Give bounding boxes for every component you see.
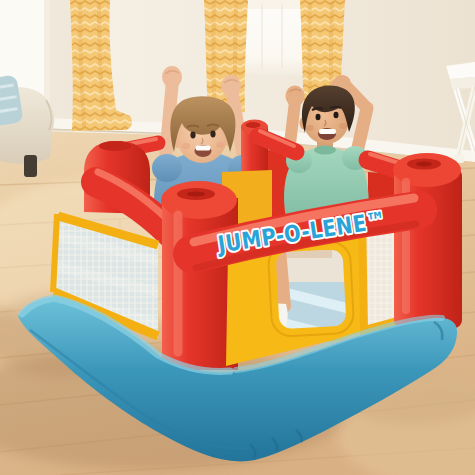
left-child-fist-left: [162, 66, 182, 88]
left-child-fist-right: [221, 75, 241, 97]
right-child-collar: [314, 146, 336, 155]
curtain-rod: [242, 0, 309, 9]
window-center: [245, 2, 305, 76]
product-photo-jump-o-lene: JUMP-O-LENE™: [0, 0, 475, 475]
right-corner-post: [393, 153, 462, 328]
sofa-leg: [24, 155, 37, 177]
